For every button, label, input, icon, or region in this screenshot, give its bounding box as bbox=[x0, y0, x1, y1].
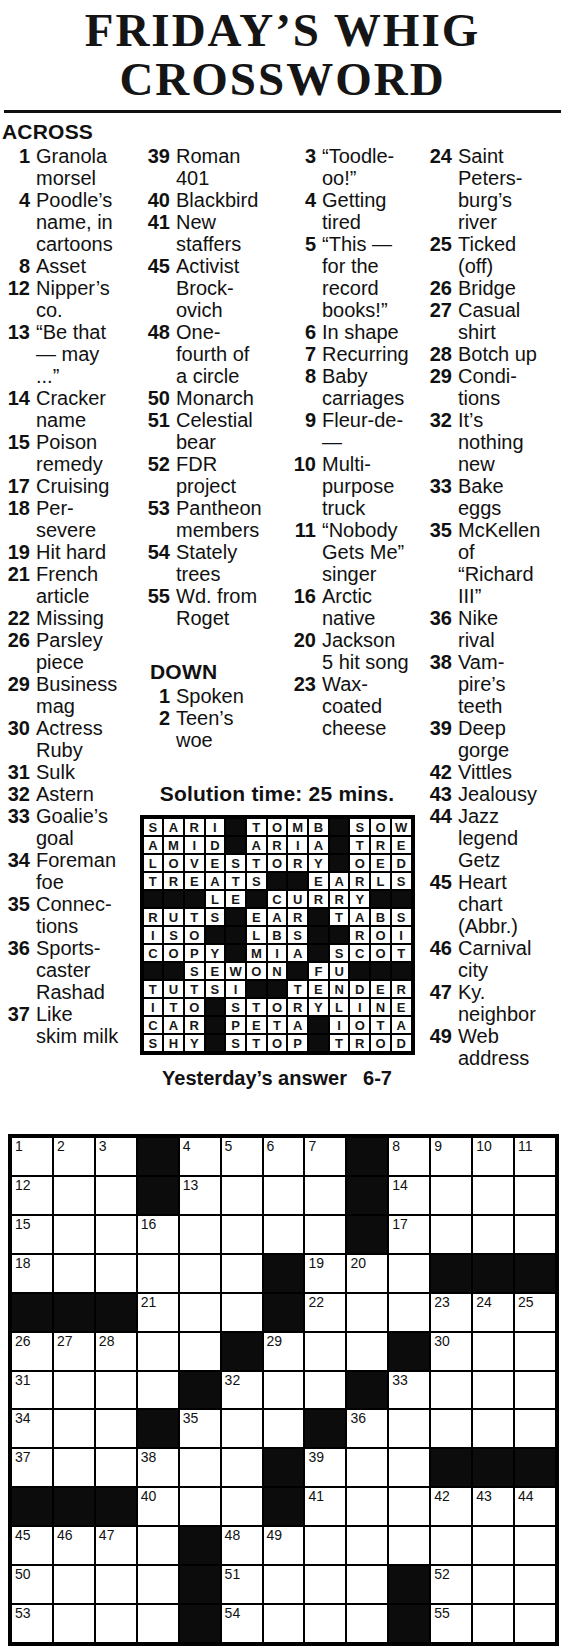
puzzle-cell-r9c4: 38 bbox=[137, 1448, 179, 1487]
solution-cell-r6c10: T bbox=[329, 908, 350, 926]
puzzle-cell-r4c13 bbox=[514, 1254, 556, 1293]
cell-number: 6 bbox=[267, 1139, 275, 1154]
clue-across-15: 15Poison remedy bbox=[0, 431, 134, 475]
puzzle-cell-r10c2 bbox=[53, 1487, 95, 1526]
across-clues-part1: 1Granola morsel4Poodle’s name, in cartoo… bbox=[0, 145, 134, 1047]
solution-cell-r8c13: T bbox=[391, 944, 412, 962]
clue-number: 50 bbox=[140, 387, 170, 409]
clue-text: Nike rival bbox=[458, 607, 564, 651]
solution-cell-r1c8: M bbox=[287, 818, 308, 836]
clue-text: Monarch bbox=[176, 387, 274, 409]
clue-text: Web address bbox=[458, 1025, 564, 1069]
cell-number: 30 bbox=[434, 1334, 450, 1349]
solution-cell-r9c12 bbox=[370, 962, 391, 980]
clue-number: 45 bbox=[140, 255, 170, 277]
puzzle-cell-r2c12 bbox=[472, 1176, 514, 1215]
puzzle-cell-r12c1: 50 bbox=[11, 1565, 53, 1604]
clue-across-45: 45Activist Brock- ovich bbox=[140, 255, 274, 321]
cell-number: 3 bbox=[99, 1139, 107, 1154]
clue-number: 39 bbox=[422, 717, 452, 739]
cell-number: 1 bbox=[15, 1139, 23, 1154]
clue-text: Nipper’s co. bbox=[36, 277, 134, 321]
clue-number: 11 bbox=[286, 519, 316, 541]
clue-number: 8 bbox=[0, 255, 30, 277]
clue-text: “Toodle- oo!” bbox=[322, 145, 418, 189]
clue-text: Goalie’s goal bbox=[36, 805, 134, 849]
cell-number: 34 bbox=[15, 1411, 31, 1426]
clue-text: One- fourth of a circle bbox=[176, 321, 274, 387]
solution-cell-r11c11: I bbox=[349, 998, 370, 1016]
puzzle-cell-r3c1: 15 bbox=[11, 1215, 53, 1254]
cell-number: 14 bbox=[392, 1178, 408, 1193]
puzzle-cell-r10c7 bbox=[263, 1487, 305, 1526]
puzzle-cell-r3c2 bbox=[53, 1215, 95, 1254]
cell-number: 40 bbox=[141, 1489, 157, 1504]
clue-down-10: 10Multi- purpose truck bbox=[286, 453, 418, 519]
clue-across-19: 19Hit hard bbox=[0, 541, 134, 563]
clue-text: Sulk bbox=[36, 761, 134, 783]
solution-cell-r7c8: S bbox=[287, 926, 308, 944]
clue-text: Hit hard bbox=[36, 541, 134, 563]
puzzle-cell-r7c2 bbox=[53, 1371, 95, 1410]
solution-cell-r12c8: A bbox=[287, 1016, 308, 1034]
clue-number: 19 bbox=[0, 541, 30, 563]
solution-cell-r7c6: L bbox=[246, 926, 267, 944]
solution-cell-r6c2: U bbox=[163, 908, 184, 926]
cell-number: 18 bbox=[15, 1256, 31, 1271]
cell-number: 43 bbox=[476, 1489, 492, 1504]
clue-number: 26 bbox=[0, 629, 30, 651]
solution-cell-r2c12: R bbox=[370, 836, 391, 854]
solution-cell-r5c5: E bbox=[225, 890, 246, 908]
cell-number: 21 bbox=[141, 1295, 157, 1310]
clue-across-41: 41New staffers bbox=[140, 211, 274, 255]
puzzle-cell-r9c3 bbox=[95, 1448, 137, 1487]
clue-across-33: 33Goalie’s goal bbox=[0, 805, 134, 849]
clue-number: 20 bbox=[286, 629, 316, 651]
puzzle-cell-r6c7: 29 bbox=[263, 1332, 305, 1371]
solution-cell-r8c5 bbox=[225, 944, 246, 962]
solution-cell-r13c5: S bbox=[225, 1034, 246, 1052]
puzzle-cell-r1c11: 9 bbox=[430, 1137, 472, 1176]
puzzle-cell-r3c8 bbox=[304, 1215, 346, 1254]
clue-across-31: 31Sulk bbox=[0, 761, 134, 783]
solution-cell-r9c3: S bbox=[184, 962, 205, 980]
clue-text: Spoken bbox=[176, 685, 274, 707]
puzzle-cell-r9c9 bbox=[346, 1448, 388, 1487]
clue-text: Astern bbox=[36, 783, 134, 805]
puzzle-cell-r6c12 bbox=[472, 1332, 514, 1371]
yesterdays-answer-label: Yesterday’s answer bbox=[162, 1067, 347, 1090]
clue-down-26: 26Bridge bbox=[422, 277, 564, 299]
solution-cell-r10c12: E bbox=[370, 980, 391, 998]
solution-cell-r12c11: O bbox=[349, 1016, 370, 1034]
cell-number: 10 bbox=[476, 1139, 492, 1154]
clue-down-44: 44Jazz legend Getz bbox=[422, 805, 564, 871]
clue-text: Jazz legend Getz bbox=[458, 805, 564, 871]
clue-number: 1 bbox=[140, 685, 170, 707]
puzzle-cell-r1c2: 2 bbox=[53, 1137, 95, 1176]
clue-number: 12 bbox=[0, 277, 30, 299]
clue-number: 33 bbox=[0, 805, 30, 827]
clue-text: Business mag bbox=[36, 673, 134, 717]
puzzle-cell-r10c12: 43 bbox=[472, 1487, 514, 1526]
clue-number: 35 bbox=[0, 893, 30, 915]
solution-cell-r7c1: I bbox=[143, 926, 164, 944]
clue-down-8: 8Baby carriages bbox=[286, 365, 418, 409]
solution-cell-r8c3: P bbox=[184, 944, 205, 962]
clue-text: Recurring bbox=[322, 343, 418, 365]
clue-down-38: 38Vam- pire’s teeth bbox=[422, 651, 564, 717]
clue-text: Actress Ruby bbox=[36, 717, 134, 761]
clue-number: 30 bbox=[0, 717, 30, 739]
solution-cell-r9c7: N bbox=[267, 962, 288, 980]
clue-number: 54 bbox=[140, 541, 170, 563]
clue-number: 55 bbox=[140, 585, 170, 607]
solution-cell-r1c11: S bbox=[349, 818, 370, 836]
clue-number: 42 bbox=[422, 761, 452, 783]
solution-cell-r5c9: R bbox=[308, 890, 329, 908]
solution-cell-r8c2: O bbox=[163, 944, 184, 962]
puzzle-cell-r7c6: 32 bbox=[221, 1371, 263, 1410]
clue-down-3: 3“Toodle- oo!” bbox=[286, 145, 418, 189]
puzzle-cell-r11c7: 49 bbox=[263, 1526, 305, 1565]
puzzle-cell-r9c6 bbox=[221, 1448, 263, 1487]
solution-cell-r5c6 bbox=[246, 890, 267, 908]
cell-number: 46 bbox=[57, 1528, 73, 1543]
clue-text: Wax- coated cheese bbox=[322, 673, 418, 739]
puzzle-cell-r13c8 bbox=[304, 1604, 346, 1643]
clue-text: Ticked (off) bbox=[458, 233, 564, 277]
solution-cell-r11c5: S bbox=[225, 998, 246, 1016]
solution-cell-r6c6: E bbox=[246, 908, 267, 926]
puzzle-cell-r10c10 bbox=[388, 1487, 430, 1526]
clue-down-7: 7Recurring bbox=[286, 343, 418, 365]
solution-cell-r12c1: C bbox=[143, 1016, 164, 1034]
puzzle-cell-r1c13: 11 bbox=[514, 1137, 556, 1176]
solution-cell-r9c2 bbox=[163, 962, 184, 980]
clue-number: 29 bbox=[422, 365, 452, 387]
clue-text: New staffers bbox=[176, 211, 274, 255]
clue-number: 8 bbox=[286, 365, 316, 387]
cell-number: 42 bbox=[434, 1489, 450, 1504]
puzzle-cell-r2c1: 12 bbox=[11, 1176, 53, 1215]
clue-across-1: 1Granola morsel bbox=[0, 145, 134, 189]
solution-cell-r5c3 bbox=[184, 890, 205, 908]
puzzle-cell-r3c6 bbox=[221, 1215, 263, 1254]
solution-cell-r2c7: R bbox=[267, 836, 288, 854]
clue-text: Foreman foe bbox=[36, 849, 134, 893]
puzzle-cell-r11c4 bbox=[137, 1526, 179, 1565]
solution-cell-r12c12: T bbox=[370, 1016, 391, 1034]
puzzle-cell-r12c8 bbox=[304, 1565, 346, 1604]
puzzle-cell-r13c7 bbox=[263, 1604, 305, 1643]
solution-cell-r10c5: I bbox=[225, 980, 246, 998]
puzzle-cell-r11c5 bbox=[179, 1526, 221, 1565]
puzzle-cell-r1c7: 6 bbox=[263, 1137, 305, 1176]
solution-cell-r13c2: H bbox=[163, 1034, 184, 1052]
solution-cell-r4c3: E bbox=[184, 872, 205, 890]
clue-text: Asset bbox=[36, 255, 134, 277]
puzzle-cell-r11c13 bbox=[514, 1526, 556, 1565]
solution-cell-r2c1: A bbox=[143, 836, 164, 854]
puzzle-cell-r9c11 bbox=[430, 1448, 472, 1487]
puzzle-cell-r4c11 bbox=[430, 1254, 472, 1293]
solution-cell-r12c13: A bbox=[391, 1016, 412, 1034]
puzzle-cell-r4c7 bbox=[263, 1254, 305, 1293]
puzzle-cell-r13c10 bbox=[388, 1604, 430, 1643]
cell-number: 25 bbox=[518, 1295, 534, 1310]
puzzle-cell-r10c13: 44 bbox=[514, 1487, 556, 1526]
solution-cell-r13c6: T bbox=[246, 1034, 267, 1052]
puzzle-cell-r13c4 bbox=[137, 1604, 179, 1643]
solution-cell-r1c7: O bbox=[267, 818, 288, 836]
puzzle-cell-r11c3: 47 bbox=[95, 1526, 137, 1565]
puzzle-cell-r7c4 bbox=[137, 1371, 179, 1410]
puzzle-cell-r11c9 bbox=[346, 1526, 388, 1565]
clue-text: Deep gorge bbox=[458, 717, 564, 761]
cell-number: 27 bbox=[57, 1334, 73, 1349]
solution-cell-r5c12 bbox=[370, 890, 391, 908]
puzzle-cell-r2c13 bbox=[514, 1176, 556, 1215]
solution-cell-r3c9: Y bbox=[308, 854, 329, 872]
puzzle-cell-r10c4: 40 bbox=[137, 1487, 179, 1526]
solution-cell-r7c4 bbox=[205, 926, 226, 944]
solution-cell-r3c6: T bbox=[246, 854, 267, 872]
puzzle-cell-r8c1: 34 bbox=[11, 1409, 53, 1448]
puzzle-grid: 1234567891011121314151617181920212223242… bbox=[8, 1134, 559, 1646]
clue-text: Missing bbox=[36, 607, 134, 629]
puzzle-cell-r3c13 bbox=[514, 1215, 556, 1254]
solution-cell-r5c8: U bbox=[287, 890, 308, 908]
puzzle-cell-r12c4 bbox=[137, 1565, 179, 1604]
solution-cell-r7c3: O bbox=[184, 926, 205, 944]
puzzle-cell-r7c3 bbox=[95, 1371, 137, 1410]
solution-cell-r6c8: R bbox=[287, 908, 308, 926]
puzzle-cell-r2c9 bbox=[346, 1176, 388, 1215]
clue-text: Cracker name bbox=[36, 387, 134, 431]
clue-down-29: 29Condi- tions bbox=[422, 365, 564, 409]
clue-down-5: 5“This — for the record books!” bbox=[286, 233, 418, 321]
clue-number: 22 bbox=[0, 607, 30, 629]
puzzle-cell-r10c5 bbox=[179, 1487, 221, 1526]
solution-cell-r3c5: S bbox=[225, 854, 246, 872]
cell-number: 19 bbox=[308, 1256, 324, 1271]
clue-text: Ky. neighbor bbox=[458, 981, 564, 1025]
clue-down-27: 27Casual shirt bbox=[422, 299, 564, 343]
solution-cell-r1c12: O bbox=[370, 818, 391, 836]
solution-cell-r9c8 bbox=[287, 962, 308, 980]
clue-number: 24 bbox=[422, 145, 452, 167]
solution-cell-r4c2: R bbox=[163, 872, 184, 890]
solution-cell-r4c8 bbox=[287, 872, 308, 890]
cell-number: 44 bbox=[518, 1489, 534, 1504]
puzzle-cell-r8c5: 35 bbox=[179, 1409, 221, 1448]
puzzle-cell-r5c11: 23 bbox=[430, 1293, 472, 1332]
puzzle-cell-r2c11 bbox=[430, 1176, 472, 1215]
cell-number: 32 bbox=[225, 1373, 241, 1388]
solution-cell-r10c4: S bbox=[205, 980, 226, 998]
clue-across-55: 55Wd. from Roget bbox=[140, 585, 274, 629]
clue-across-12: 12Nipper’s co. bbox=[0, 277, 134, 321]
puzzle-cell-r5c4: 21 bbox=[137, 1293, 179, 1332]
puzzle-cell-r13c3 bbox=[95, 1604, 137, 1643]
cell-number: 47 bbox=[99, 1528, 115, 1543]
solution-grid: SARITOMBSOWAMIDARIATRELOVESTORYOEDTREATS… bbox=[140, 815, 415, 1055]
clue-across-34: 34Foreman foe bbox=[0, 849, 134, 893]
puzzle-cell-r2c6 bbox=[221, 1176, 263, 1215]
solution-cell-r11c3: O bbox=[184, 998, 205, 1016]
solution-cell-r8c9 bbox=[308, 944, 329, 962]
clue-text: Multi- purpose truck bbox=[322, 453, 418, 519]
puzzle-cell-r4c8: 19 bbox=[304, 1254, 346, 1293]
clue-number: 36 bbox=[0, 937, 30, 959]
page-title: FRIDAY’S WHIG CROSSWORD bbox=[0, 6, 565, 104]
puzzle-cell-r3c3 bbox=[95, 1215, 137, 1254]
clue-text: Roman 401 bbox=[176, 145, 274, 189]
solution-cell-r10c3: T bbox=[184, 980, 205, 998]
puzzle-cell-r3c5 bbox=[179, 1215, 221, 1254]
puzzle-cell-r10c6 bbox=[221, 1487, 263, 1526]
solution-cell-r10c6 bbox=[246, 980, 267, 998]
solution-cell-r5c13 bbox=[391, 890, 412, 908]
solution-cell-r4c12: L bbox=[370, 872, 391, 890]
solution-cell-r8c7: I bbox=[267, 944, 288, 962]
clue-number: 17 bbox=[0, 475, 30, 497]
solution-cell-r1c9: B bbox=[308, 818, 329, 836]
puzzle-cell-r2c8 bbox=[304, 1176, 346, 1215]
title-divider bbox=[4, 110, 561, 113]
clue-down-46: 46Carnival city bbox=[422, 937, 564, 981]
puzzle-cell-r8c13 bbox=[514, 1409, 556, 1448]
puzzle-cell-r8c8 bbox=[304, 1409, 346, 1448]
puzzle-cell-r5c12: 24 bbox=[472, 1293, 514, 1332]
clue-across-52: 52FDR project bbox=[140, 453, 274, 497]
solution-cell-r3c1: L bbox=[143, 854, 164, 872]
solution-cell-r3c2: O bbox=[163, 854, 184, 872]
clue-number: 15 bbox=[0, 431, 30, 453]
puzzle-cell-r13c11: 55 bbox=[430, 1604, 472, 1643]
clue-number: 34 bbox=[0, 849, 30, 871]
puzzle-cell-r11c12 bbox=[472, 1526, 514, 1565]
puzzle-cell-r12c3 bbox=[95, 1565, 137, 1604]
clue-column-4: 24Saint Peters- burg’s river25Ticked (of… bbox=[422, 145, 564, 1069]
clue-text: Sports- caster Rashad bbox=[36, 937, 134, 1003]
puzzle-cell-r8c9: 36 bbox=[346, 1409, 388, 1448]
cell-number: 53 bbox=[15, 1606, 31, 1621]
puzzle-cell-r2c7 bbox=[263, 1176, 305, 1215]
puzzle-cell-r9c1: 37 bbox=[11, 1448, 53, 1487]
clue-text: It’s nothing new bbox=[458, 409, 564, 475]
solution-cell-r7c9 bbox=[308, 926, 329, 944]
cell-number: 51 bbox=[225, 1567, 241, 1582]
solution-cell-r9c5: W bbox=[225, 962, 246, 980]
puzzle-cell-r4c5 bbox=[179, 1254, 221, 1293]
clue-number: 37 bbox=[0, 1003, 30, 1025]
puzzle-cell-r5c7 bbox=[263, 1293, 305, 1332]
clue-text: “Nobody Gets Me” singer bbox=[322, 519, 418, 585]
across-heading: ACROSS bbox=[2, 119, 134, 145]
solution-cell-r6c5 bbox=[225, 908, 246, 926]
cell-number: 8 bbox=[392, 1139, 400, 1154]
page-title-line2: CROSSWORD bbox=[0, 55, 565, 104]
solution-cell-r5c4: L bbox=[205, 890, 226, 908]
puzzle-cell-r6c4 bbox=[137, 1332, 179, 1371]
clue-across-53: 53Pantheon members bbox=[140, 497, 274, 541]
solution-cell-r13c13: D bbox=[391, 1034, 412, 1052]
clue-down-16: 16Arctic native bbox=[286, 585, 418, 629]
puzzle-cell-r12c5 bbox=[179, 1565, 221, 1604]
clue-number: 40 bbox=[140, 189, 170, 211]
solution-date: 6-7 bbox=[363, 1067, 392, 1090]
solution-cell-r6c4: S bbox=[205, 908, 226, 926]
cell-number: 5 bbox=[225, 1139, 233, 1154]
solution-cell-r13c1: S bbox=[143, 1034, 164, 1052]
puzzle-cell-r2c3 bbox=[95, 1176, 137, 1215]
solution-cell-r7c5 bbox=[225, 926, 246, 944]
clue-number: 21 bbox=[0, 563, 30, 585]
solution-cell-r9c13 bbox=[391, 962, 412, 980]
solution-cell-r2c2: M bbox=[163, 836, 184, 854]
clue-text: Celestial bear bbox=[176, 409, 274, 453]
solution-cell-r8c6: M bbox=[246, 944, 267, 962]
solution-cell-r8c1: C bbox=[143, 944, 164, 962]
clue-across-13: 13“Be that — may ...” bbox=[0, 321, 134, 387]
down-clues-part1: 1Spoken2Teen’s woe bbox=[140, 685, 274, 751]
clue-number: 32 bbox=[0, 783, 30, 805]
puzzle-cell-r2c4 bbox=[137, 1176, 179, 1215]
clue-text: French article bbox=[36, 563, 134, 607]
clue-down-33: 33Bake eggs bbox=[422, 475, 564, 519]
page-title-line1: FRIDAY’S WHIG bbox=[0, 6, 565, 55]
clue-text: Bake eggs bbox=[458, 475, 564, 519]
solution-cell-r4c13: S bbox=[391, 872, 412, 890]
clue-across-40: 40Blackbird bbox=[140, 189, 274, 211]
solution-cell-r9c6: O bbox=[246, 962, 267, 980]
clue-across-22: 22Missing bbox=[0, 607, 134, 629]
clue-text: Casual shirt bbox=[458, 299, 564, 343]
clue-text: Condi- tions bbox=[458, 365, 564, 409]
puzzle-cell-r11c1: 45 bbox=[11, 1526, 53, 1565]
puzzle-cell-r7c8 bbox=[304, 1371, 346, 1410]
clue-number: 3 bbox=[286, 145, 316, 167]
puzzle-cell-r3c11 bbox=[430, 1215, 472, 1254]
solution-cell-r8c4: Y bbox=[205, 944, 226, 962]
clue-number: 18 bbox=[0, 497, 30, 519]
clue-down-2: 2Teen’s woe bbox=[140, 707, 274, 751]
solution-cell-r3c8: R bbox=[287, 854, 308, 872]
cell-number: 54 bbox=[225, 1606, 241, 1621]
puzzle-cell-r8c3 bbox=[95, 1409, 137, 1448]
clue-number: 36 bbox=[422, 607, 452, 629]
clue-number: 39 bbox=[140, 145, 170, 167]
cell-number: 22 bbox=[308, 1295, 324, 1310]
puzzle-cell-r4c12 bbox=[472, 1254, 514, 1293]
solution-cell-r3c3: V bbox=[184, 854, 205, 872]
cell-number: 16 bbox=[141, 1217, 157, 1232]
clue-number: 35 bbox=[422, 519, 452, 541]
puzzle-cell-r7c5 bbox=[179, 1371, 221, 1410]
puzzle-cell-r12c10 bbox=[388, 1565, 430, 1604]
clue-number: 7 bbox=[286, 343, 316, 365]
puzzle-cell-r6c8 bbox=[304, 1332, 346, 1371]
solution-cell-r4c9: E bbox=[308, 872, 329, 890]
clue-text: Connec- tions bbox=[36, 893, 134, 937]
clue-number: 4 bbox=[0, 189, 30, 211]
solution-cell-r11c13: E bbox=[391, 998, 412, 1016]
solution-cell-r10c11: D bbox=[349, 980, 370, 998]
solution-cell-r8c11: C bbox=[349, 944, 370, 962]
